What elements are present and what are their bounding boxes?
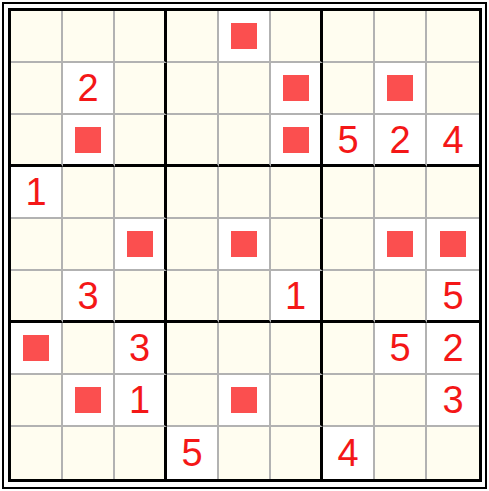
cell-r2c4[interactable] <box>167 63 219 115</box>
cell-r9c2[interactable] <box>63 427 115 479</box>
given-digit: 4 <box>442 121 463 159</box>
sudoku-grid: 252413153521354 <box>8 8 482 482</box>
cell-r1c3[interactable] <box>115 11 167 63</box>
cell-r9c3[interactable] <box>115 427 167 479</box>
cell-r2c8[interactable] <box>375 63 427 115</box>
cell-r8c7[interactable] <box>323 375 375 427</box>
blocked-cell-marker <box>75 127 101 153</box>
cell-r4c9[interactable] <box>427 167 479 219</box>
cell-r9c6[interactable] <box>271 427 323 479</box>
given-digit: 3 <box>129 329 150 367</box>
blocked-cell-marker <box>23 335 49 361</box>
cell-r9c8[interactable] <box>375 427 427 479</box>
given-digit: 3 <box>442 381 463 419</box>
cell-r5c8[interactable] <box>375 219 427 271</box>
cell-r5c4[interactable] <box>167 219 219 271</box>
cell-r5c1[interactable] <box>11 219 63 271</box>
given-digit: 2 <box>442 329 463 367</box>
cell-r4c7[interactable] <box>323 167 375 219</box>
given-digit: 1 <box>25 173 46 211</box>
cell-r1c4[interactable] <box>167 11 219 63</box>
cell-r6c4[interactable] <box>167 271 219 323</box>
cell-r4c1[interactable]: 1 <box>11 167 63 219</box>
cell-r8c9[interactable]: 3 <box>427 375 479 427</box>
cell-r9c7[interactable]: 4 <box>323 427 375 479</box>
cell-r6c5[interactable] <box>219 271 271 323</box>
cell-r2c3[interactable] <box>115 63 167 115</box>
given-digit: 5 <box>181 434 202 472</box>
cell-r4c2[interactable] <box>63 167 115 219</box>
cell-r1c5[interactable] <box>219 11 271 63</box>
given-digit: 5 <box>337 121 358 159</box>
cell-r6c7[interactable] <box>323 271 375 323</box>
cell-r8c2[interactable] <box>63 375 115 427</box>
cell-r6c8[interactable] <box>375 271 427 323</box>
given-digit: 2 <box>77 69 98 107</box>
cell-r2c2[interactable]: 2 <box>63 63 115 115</box>
cell-r6c2[interactable]: 3 <box>63 271 115 323</box>
cell-r9c4[interactable]: 5 <box>167 427 219 479</box>
cell-r1c9[interactable] <box>427 11 479 63</box>
cell-r5c2[interactable] <box>63 219 115 271</box>
cell-r7c7[interactable] <box>323 323 375 375</box>
cell-r7c9[interactable]: 2 <box>427 323 479 375</box>
blocked-cell-marker <box>231 231 257 257</box>
cell-r6c6[interactable]: 1 <box>271 271 323 323</box>
cell-r4c4[interactable] <box>167 167 219 219</box>
blocked-cell-marker <box>387 231 413 257</box>
cell-r3c1[interactable] <box>11 115 63 167</box>
cell-r2c5[interactable] <box>219 63 271 115</box>
cell-r8c8[interactable] <box>375 375 427 427</box>
cell-r4c3[interactable] <box>115 167 167 219</box>
cell-r3c9[interactable]: 4 <box>427 115 479 167</box>
given-digit: 1 <box>129 381 150 419</box>
blocked-cell-marker <box>440 231 466 257</box>
cell-r6c1[interactable] <box>11 271 63 323</box>
cell-r2c1[interactable] <box>11 63 63 115</box>
cell-r9c9[interactable] <box>427 427 479 479</box>
cell-r7c1[interactable] <box>11 323 63 375</box>
cell-r3c2[interactable] <box>63 115 115 167</box>
cell-r3c5[interactable] <box>219 115 271 167</box>
cell-r5c5[interactable] <box>219 219 271 271</box>
given-digit: 4 <box>337 434 358 472</box>
blocked-cell-marker <box>283 75 309 101</box>
blocked-cell-marker <box>231 387 257 413</box>
cell-r9c5[interactable] <box>219 427 271 479</box>
cell-r3c6[interactable] <box>271 115 323 167</box>
given-digit: 1 <box>285 277 306 315</box>
given-digit: 2 <box>389 121 410 159</box>
cell-r2c7[interactable] <box>323 63 375 115</box>
blocked-cell-marker <box>127 231 153 257</box>
cell-r3c7[interactable]: 5 <box>323 115 375 167</box>
cell-r4c6[interactable] <box>271 167 323 219</box>
cell-r5c6[interactable] <box>271 219 323 271</box>
cell-r5c3[interactable] <box>115 219 167 271</box>
cell-r8c6[interactable] <box>271 375 323 427</box>
cell-r1c2[interactable] <box>63 11 115 63</box>
cell-r1c6[interactable] <box>271 11 323 63</box>
cell-r1c1[interactable] <box>11 11 63 63</box>
cell-r4c8[interactable] <box>375 167 427 219</box>
blocked-cell-marker <box>75 387 101 413</box>
cell-r8c5[interactable] <box>219 375 271 427</box>
cell-r4c5[interactable] <box>219 167 271 219</box>
cell-r9c1[interactable] <box>11 427 63 479</box>
cell-r5c7[interactable] <box>323 219 375 271</box>
cell-r6c9[interactable]: 5 <box>427 271 479 323</box>
cell-r2c9[interactable] <box>427 63 479 115</box>
cell-r3c8[interactable]: 2 <box>375 115 427 167</box>
blocked-cell-marker <box>283 127 309 153</box>
cell-r7c2[interactable] <box>63 323 115 375</box>
cell-r7c3[interactable]: 3 <box>115 323 167 375</box>
given-digit: 5 <box>389 329 410 367</box>
blocked-cell-marker <box>387 75 413 101</box>
cell-r6c3[interactable] <box>115 271 167 323</box>
cell-r8c3[interactable]: 1 <box>115 375 167 427</box>
cell-r8c1[interactable] <box>11 375 63 427</box>
given-digit: 3 <box>77 277 98 315</box>
cell-r1c7[interactable] <box>323 11 375 63</box>
cell-r8c4[interactable] <box>167 375 219 427</box>
given-digit: 5 <box>442 277 463 315</box>
blocked-cell-marker <box>231 23 257 49</box>
cell-r7c8[interactable]: 5 <box>375 323 427 375</box>
cell-r7c5[interactable] <box>219 323 271 375</box>
cell-r2c6[interactable] <box>271 63 323 115</box>
cell-r7c4[interactable] <box>167 323 219 375</box>
cell-r5c9[interactable] <box>427 219 479 271</box>
cell-r3c4[interactable] <box>167 115 219 167</box>
cell-r7c6[interactable] <box>271 323 323 375</box>
cell-r3c3[interactable] <box>115 115 167 167</box>
cell-r1c8[interactable] <box>375 11 427 63</box>
